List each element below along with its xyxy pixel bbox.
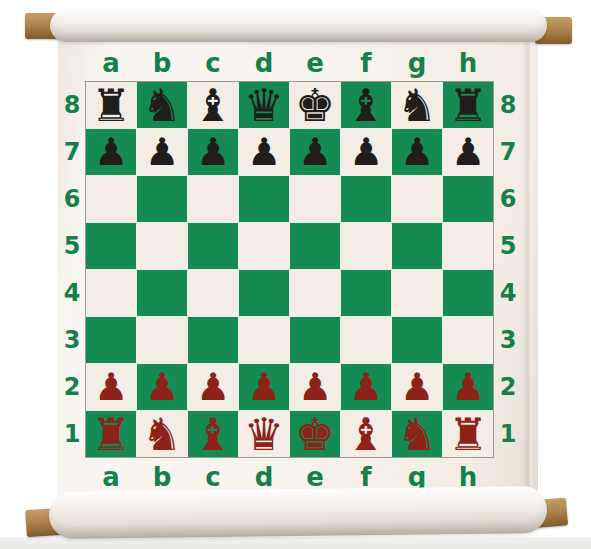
square-f5[interactable]	[341, 223, 391, 269]
square-e6[interactable]	[290, 176, 340, 222]
square-b5[interactable]	[137, 223, 187, 269]
piece-red-bishop[interactable]: ♝	[188, 411, 238, 457]
square-b1[interactable]: ♞	[137, 411, 187, 457]
square-c2[interactable]: ♟	[188, 364, 238, 410]
piece-red-pawn[interactable]: ♟	[290, 364, 340, 410]
piece-black-pawn[interactable]: ♟	[137, 129, 187, 175]
piece-red-pawn[interactable]: ♟	[137, 364, 187, 410]
square-g1[interactable]: ♞	[392, 411, 442, 457]
square-d3[interactable]	[239, 317, 289, 363]
square-d7[interactable]: ♟	[239, 129, 289, 175]
piece-red-knight[interactable]: ♞	[392, 411, 442, 457]
square-g2[interactable]: ♟	[392, 364, 442, 410]
piece-red-rook[interactable]: ♜	[86, 411, 136, 457]
square-b3[interactable]	[137, 317, 187, 363]
piece-black-pawn[interactable]: ♟	[290, 129, 340, 175]
piece-red-knight[interactable]: ♞	[137, 411, 187, 457]
square-c7[interactable]: ♟	[188, 129, 238, 175]
rank-label-left-4: 4	[60, 270, 84, 316]
file-label-top-a: a	[86, 46, 136, 80]
square-g4[interactable]	[392, 270, 442, 316]
demo-chess-board-photo: abcdefgh 87654321 87654321 abcdefgh ♜♞♝♛…	[0, 0, 591, 549]
square-c8[interactable]: ♝	[188, 82, 238, 128]
piece-black-knight[interactable]: ♞	[137, 82, 187, 128]
piece-black-pawn[interactable]: ♟	[239, 129, 289, 175]
rank-label-right-3: 3	[495, 317, 521, 363]
file-label-top-h: h	[443, 46, 493, 80]
square-c5[interactable]	[188, 223, 238, 269]
file-label-top-d: d	[239, 46, 289, 80]
bottom-roller	[49, 486, 548, 539]
square-h6[interactable]	[443, 176, 493, 222]
file-label-top-f: f	[341, 46, 391, 80]
square-g7[interactable]: ♟	[392, 129, 442, 175]
piece-black-pawn[interactable]: ♟	[188, 129, 238, 175]
square-b2[interactable]: ♟	[137, 364, 187, 410]
rank-label-left-5: 5	[60, 223, 84, 269]
square-f7[interactable]: ♟	[341, 129, 391, 175]
square-f1[interactable]: ♝	[341, 411, 391, 457]
piece-red-queen[interactable]: ♛	[239, 411, 289, 457]
square-e5[interactable]	[290, 223, 340, 269]
square-c3[interactable]	[188, 317, 238, 363]
square-h7[interactable]: ♟	[443, 129, 493, 175]
square-e7[interactable]: ♟	[290, 129, 340, 175]
file-label-bottom-a: a	[86, 460, 136, 494]
file-label-top-c: c	[188, 46, 238, 80]
square-a4[interactable]	[86, 270, 136, 316]
square-f8[interactable]: ♝	[341, 82, 391, 128]
rank-labels-right: 87654321	[495, 82, 521, 457]
square-g5[interactable]	[392, 223, 442, 269]
piece-red-pawn[interactable]: ♟	[188, 364, 238, 410]
square-a8[interactable]: ♜	[86, 82, 136, 128]
square-g6[interactable]	[392, 176, 442, 222]
square-e1[interactable]: ♚	[290, 411, 340, 457]
top-roller	[50, 9, 547, 42]
piece-black-pawn[interactable]: ♟	[341, 129, 391, 175]
piece-red-bishop[interactable]: ♝	[341, 411, 391, 457]
piece-black-knight[interactable]: ♞	[392, 82, 442, 128]
square-a7[interactable]: ♟	[86, 129, 136, 175]
rank-label-left-1: 1	[60, 411, 84, 457]
table-shadow	[0, 537, 591, 549]
square-h2[interactable]: ♟	[443, 364, 493, 410]
piece-red-pawn[interactable]: ♟	[392, 364, 442, 410]
file-label-top-g: g	[392, 46, 442, 80]
rank-label-right-5: 5	[495, 223, 521, 269]
square-b4[interactable]	[137, 270, 187, 316]
rank-label-right-1: 1	[495, 411, 521, 457]
piece-black-rook[interactable]: ♜	[443, 82, 493, 128]
file-label-top-e: e	[290, 46, 340, 80]
square-h8[interactable]: ♜	[443, 82, 493, 128]
square-e2[interactable]: ♟	[290, 364, 340, 410]
square-b8[interactable]: ♞	[137, 82, 187, 128]
square-a3[interactable]	[86, 317, 136, 363]
piece-red-pawn[interactable]: ♟	[239, 364, 289, 410]
rank-label-left-2: 2	[60, 364, 84, 410]
piece-red-rook[interactable]: ♜	[443, 411, 493, 457]
rank-label-left-6: 6	[60, 176, 84, 222]
piece-black-queen[interactable]: ♛	[239, 82, 289, 128]
square-d1[interactable]: ♛	[239, 411, 289, 457]
square-a2[interactable]: ♟	[86, 364, 136, 410]
rank-label-left-3: 3	[60, 317, 84, 363]
piece-black-bishop[interactable]: ♝	[341, 82, 391, 128]
square-h3[interactable]	[443, 317, 493, 363]
rank-label-left-7: 7	[60, 129, 84, 175]
rank-label-right-6: 6	[495, 176, 521, 222]
square-h1[interactable]: ♜	[443, 411, 493, 457]
square-d2[interactable]: ♟	[239, 364, 289, 410]
piece-red-pawn[interactable]: ♟	[86, 364, 136, 410]
square-d6[interactable]	[239, 176, 289, 222]
file-labels-top: abcdefgh	[86, 46, 493, 80]
square-e3[interactable]	[290, 317, 340, 363]
rank-label-right-2: 2	[495, 364, 521, 410]
square-a1[interactable]: ♜	[86, 411, 136, 457]
rank-label-left-8: 8	[60, 82, 84, 128]
piece-red-pawn[interactable]: ♟	[341, 364, 391, 410]
piece-black-bishop[interactable]: ♝	[188, 82, 238, 128]
rank-label-right-7: 7	[495, 129, 521, 175]
square-d4[interactable]	[239, 270, 289, 316]
square-c6[interactable]	[188, 176, 238, 222]
square-b7[interactable]: ♟	[137, 129, 187, 175]
square-f3[interactable]	[341, 317, 391, 363]
piece-black-pawn[interactable]: ♟	[392, 129, 442, 175]
square-e8[interactable]: ♚	[290, 82, 340, 128]
file-label-bottom-b: b	[137, 460, 187, 494]
square-c4[interactable]	[188, 270, 238, 316]
piece-red-pawn[interactable]: ♟	[443, 364, 493, 410]
piece-black-rook[interactable]: ♜	[86, 82, 136, 128]
piece-black-pawn[interactable]: ♟	[443, 129, 493, 175]
file-label-top-b: b	[137, 46, 187, 80]
rank-label-right-4: 4	[495, 270, 521, 316]
square-g8[interactable]: ♞	[392, 82, 442, 128]
square-c1[interactable]: ♝	[188, 411, 238, 457]
piece-black-king[interactable]: ♚	[290, 82, 340, 128]
board: ♜♞♝♛♚♝♞♜♟♟♟♟♟♟♟♟♟♟♟♟♟♟♟♟♜♞♝♛♚♝♞♜	[86, 82, 493, 457]
square-g3[interactable]	[392, 317, 442, 363]
rank-label-right-8: 8	[495, 82, 521, 128]
square-b6[interactable]	[137, 176, 187, 222]
square-a6[interactable]	[86, 176, 136, 222]
square-h5[interactable]	[443, 223, 493, 269]
square-d5[interactable]	[239, 223, 289, 269]
piece-red-king[interactable]: ♚	[290, 411, 340, 457]
square-d8[interactable]: ♛	[239, 82, 289, 128]
square-f6[interactable]	[341, 176, 391, 222]
square-a5[interactable]	[86, 223, 136, 269]
square-f4[interactable]	[341, 270, 391, 316]
square-h4[interactable]	[443, 270, 493, 316]
square-f2[interactable]: ♟	[341, 364, 391, 410]
rank-labels-left: 87654321	[60, 82, 84, 457]
vinyl-banner: abcdefgh 87654321 87654321 abcdefgh ♜♞♝♛…	[58, 30, 538, 506]
square-e4[interactable]	[290, 270, 340, 316]
piece-black-pawn[interactable]: ♟	[86, 129, 136, 175]
